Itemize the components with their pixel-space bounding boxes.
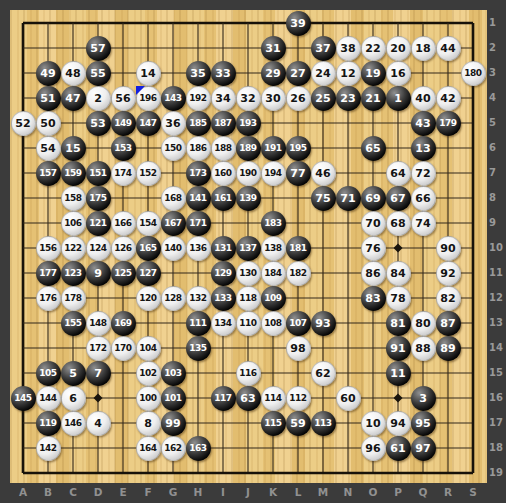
intersection-S17[interactable]: [461, 411, 486, 436]
intersection-I6[interactable]: 188: [211, 136, 236, 161]
intersection-N4[interactable]: 23: [336, 86, 361, 111]
intersection-H2[interactable]: [186, 36, 211, 61]
intersection-O18[interactable]: 96: [361, 436, 386, 461]
intersection-I18[interactable]: [211, 436, 236, 461]
intersection-Q14[interactable]: 88: [411, 336, 436, 361]
intersection-K10[interactable]: 138: [261, 236, 286, 261]
intersection-Q8[interactable]: 66: [411, 186, 436, 211]
intersection-F10[interactable]: 165: [136, 236, 161, 261]
intersection-O15[interactable]: [361, 361, 386, 386]
intersection-Q13[interactable]: 80: [411, 311, 436, 336]
intersection-O6[interactable]: 65: [361, 136, 386, 161]
intersection-H15[interactable]: [186, 361, 211, 386]
intersection-M2[interactable]: 37: [311, 36, 336, 61]
intersection-A1[interactable]: [11, 11, 36, 36]
intersection-J18[interactable]: [236, 436, 261, 461]
intersection-A6[interactable]: [11, 136, 36, 161]
intersection-O7[interactable]: [361, 161, 386, 186]
intersection-J3[interactable]: [236, 61, 261, 86]
intersection-C3[interactable]: 48: [61, 61, 86, 86]
intersection-B9[interactable]: [36, 211, 61, 236]
intersection-B19[interactable]: [36, 461, 61, 486]
intersection-F4[interactable]: 196: [136, 86, 161, 111]
intersection-M12[interactable]: [311, 286, 336, 311]
intersection-A18[interactable]: [11, 436, 36, 461]
intersection-E14[interactable]: 170: [111, 336, 136, 361]
intersection-E18[interactable]: [111, 436, 136, 461]
intersection-E19[interactable]: [111, 461, 136, 486]
intersection-L6[interactable]: 195: [286, 136, 311, 161]
intersection-K18[interactable]: [261, 436, 286, 461]
intersection-J2[interactable]: [236, 36, 261, 61]
intersection-J8[interactable]: 139: [236, 186, 261, 211]
intersection-M13[interactable]: 93: [311, 311, 336, 336]
intersection-A10[interactable]: [11, 236, 36, 261]
intersection-A8[interactable]: [11, 186, 36, 211]
intersection-O10[interactable]: 76: [361, 236, 386, 261]
intersection-M16[interactable]: [311, 386, 336, 411]
intersection-C2[interactable]: [61, 36, 86, 61]
intersection-P5[interactable]: [386, 111, 411, 136]
intersection-H3[interactable]: 35: [186, 61, 211, 86]
intersection-N1[interactable]: [336, 11, 361, 36]
intersection-E8[interactable]: [111, 186, 136, 211]
intersection-M9[interactable]: [311, 211, 336, 236]
intersection-E11[interactable]: 125: [111, 261, 136, 286]
intersection-G17[interactable]: 99: [161, 411, 186, 436]
intersection-L3[interactable]: 27: [286, 61, 311, 86]
intersection-Q4[interactable]: 40: [411, 86, 436, 111]
intersection-I2[interactable]: [211, 36, 236, 61]
intersection-L11[interactable]: 182: [286, 261, 311, 286]
intersection-F8[interactable]: [136, 186, 161, 211]
intersection-R10[interactable]: 90: [436, 236, 461, 261]
intersection-E1[interactable]: [111, 11, 136, 36]
intersection-K2[interactable]: 31: [261, 36, 286, 61]
intersection-G13[interactable]: [161, 311, 186, 336]
intersection-Q6[interactable]: 13: [411, 136, 436, 161]
intersection-D19[interactable]: [86, 461, 111, 486]
intersection-C11[interactable]: 123: [61, 261, 86, 286]
intersection-J5[interactable]: 193: [236, 111, 261, 136]
intersection-B6[interactable]: 54: [36, 136, 61, 161]
intersection-K4[interactable]: 30: [261, 86, 286, 111]
intersection-Q5[interactable]: 43: [411, 111, 436, 136]
intersection-E4[interactable]: 56: [111, 86, 136, 111]
intersection-D17[interactable]: 4: [86, 411, 111, 436]
intersection-N13[interactable]: [336, 311, 361, 336]
intersection-G19[interactable]: [161, 461, 186, 486]
intersection-A16[interactable]: 145: [11, 386, 36, 411]
intersection-B5[interactable]: 50: [36, 111, 61, 136]
intersection-H19[interactable]: [186, 461, 211, 486]
intersection-R14[interactable]: 89: [436, 336, 461, 361]
intersection-F19[interactable]: [136, 461, 161, 486]
intersection-G2[interactable]: [161, 36, 186, 61]
intersection-D14[interactable]: 172: [86, 336, 111, 361]
intersection-K1[interactable]: [261, 11, 286, 36]
intersection-Q2[interactable]: 18: [411, 36, 436, 61]
intersection-P12[interactable]: 78: [386, 286, 411, 311]
intersection-P17[interactable]: 94: [386, 411, 411, 436]
intersection-C12[interactable]: 178: [61, 286, 86, 311]
intersection-G11[interactable]: [161, 261, 186, 286]
intersection-I7[interactable]: 160: [211, 161, 236, 186]
intersection-S14[interactable]: [461, 336, 486, 361]
intersection-O3[interactable]: 19: [361, 61, 386, 86]
intersection-D12[interactable]: [86, 286, 111, 311]
intersection-Q17[interactable]: 95: [411, 411, 436, 436]
intersection-L18[interactable]: [286, 436, 311, 461]
intersection-S1[interactable]: [461, 11, 486, 36]
intersection-K13[interactable]: 108: [261, 311, 286, 336]
intersection-N6[interactable]: [336, 136, 361, 161]
intersection-E13[interactable]: 169: [111, 311, 136, 336]
intersection-C6[interactable]: 15: [61, 136, 86, 161]
intersection-J4[interactable]: 32: [236, 86, 261, 111]
intersection-K3[interactable]: 29: [261, 61, 286, 86]
intersection-B2[interactable]: [36, 36, 61, 61]
intersection-M1[interactable]: [311, 11, 336, 36]
intersection-D6[interactable]: [86, 136, 111, 161]
intersection-J13[interactable]: 110: [236, 311, 261, 336]
intersection-K15[interactable]: [261, 361, 286, 386]
intersection-A4[interactable]: [11, 86, 36, 111]
intersection-M11[interactable]: [311, 261, 336, 286]
intersection-S4[interactable]: [461, 86, 486, 111]
intersection-G6[interactable]: 150: [161, 136, 186, 161]
intersection-K9[interactable]: 183: [261, 211, 286, 236]
intersection-O4[interactable]: 21: [361, 86, 386, 111]
intersection-I13[interactable]: 134: [211, 311, 236, 336]
intersection-K5[interactable]: [261, 111, 286, 136]
intersection-L7[interactable]: 77: [286, 161, 311, 186]
intersection-R3[interactable]: [436, 61, 461, 86]
intersection-Q10[interactable]: [411, 236, 436, 261]
intersection-N19[interactable]: [336, 461, 361, 486]
intersection-C5[interactable]: [61, 111, 86, 136]
intersection-J16[interactable]: 63: [236, 386, 261, 411]
intersection-N7[interactable]: [336, 161, 361, 186]
intersection-A14[interactable]: [11, 336, 36, 361]
intersection-P3[interactable]: 16: [386, 61, 411, 86]
intersection-S9[interactable]: [461, 211, 486, 236]
intersection-G7[interactable]: [161, 161, 186, 186]
intersection-H8[interactable]: 141: [186, 186, 211, 211]
intersection-O13[interactable]: [361, 311, 386, 336]
intersection-F9[interactable]: 154: [136, 211, 161, 236]
intersection-J10[interactable]: 137: [236, 236, 261, 261]
intersection-R6[interactable]: [436, 136, 461, 161]
intersection-B18[interactable]: 142: [36, 436, 61, 461]
intersection-G18[interactable]: 162: [161, 436, 186, 461]
intersection-C8[interactable]: 158: [61, 186, 86, 211]
intersection-D9[interactable]: 121: [86, 211, 111, 236]
intersection-M4[interactable]: 25: [311, 86, 336, 111]
intersection-P15[interactable]: 11: [386, 361, 411, 386]
intersection-M18[interactable]: [311, 436, 336, 461]
intersection-E10[interactable]: 126: [111, 236, 136, 261]
intersection-F2[interactable]: [136, 36, 161, 61]
intersection-L5[interactable]: [286, 111, 311, 136]
intersection-L12[interactable]: [286, 286, 311, 311]
intersection-P1[interactable]: [386, 11, 411, 36]
intersection-F16[interactable]: 100: [136, 386, 161, 411]
intersection-A19[interactable]: [11, 461, 36, 486]
intersection-R19[interactable]: [436, 461, 461, 486]
intersection-S8[interactable]: [461, 186, 486, 211]
intersection-M19[interactable]: [311, 461, 336, 486]
intersection-O9[interactable]: 70: [361, 211, 386, 236]
intersection-E6[interactable]: 153: [111, 136, 136, 161]
intersection-J14[interactable]: [236, 336, 261, 361]
intersection-L1[interactable]: 39: [286, 11, 311, 36]
intersection-G5[interactable]: 36: [161, 111, 186, 136]
intersection-G9[interactable]: 167: [161, 211, 186, 236]
intersection-K19[interactable]: [261, 461, 286, 486]
intersection-K17[interactable]: 115: [261, 411, 286, 436]
intersection-K11[interactable]: 184: [261, 261, 286, 286]
intersection-S6[interactable]: [461, 136, 486, 161]
intersection-F14[interactable]: 104: [136, 336, 161, 361]
intersection-M14[interactable]: [311, 336, 336, 361]
intersection-J6[interactable]: 189: [236, 136, 261, 161]
intersection-N3[interactable]: 12: [336, 61, 361, 86]
intersection-R8[interactable]: [436, 186, 461, 211]
intersection-R5[interactable]: 179: [436, 111, 461, 136]
intersection-S3[interactable]: 180: [461, 61, 486, 86]
intersection-F17[interactable]: 8: [136, 411, 161, 436]
intersection-J9[interactable]: [236, 211, 261, 236]
intersection-Q7[interactable]: 72: [411, 161, 436, 186]
intersection-L9[interactable]: [286, 211, 311, 236]
intersection-H4[interactable]: 192: [186, 86, 211, 111]
intersection-H1[interactable]: [186, 11, 211, 36]
intersection-C7[interactable]: 159: [61, 161, 86, 186]
intersection-S2[interactable]: [461, 36, 486, 61]
intersection-D13[interactable]: 148: [86, 311, 111, 336]
intersection-B16[interactable]: 144: [36, 386, 61, 411]
intersection-D2[interactable]: 57: [86, 36, 111, 61]
intersection-J11[interactable]: 130: [236, 261, 261, 286]
intersection-A13[interactable]: [11, 311, 36, 336]
intersection-R12[interactable]: 82: [436, 286, 461, 311]
intersection-Q16[interactable]: 3: [411, 386, 436, 411]
intersection-S12[interactable]: [461, 286, 486, 311]
intersection-F5[interactable]: 147: [136, 111, 161, 136]
intersection-E3[interactable]: [111, 61, 136, 86]
intersection-D1[interactable]: [86, 11, 111, 36]
intersection-R13[interactable]: 87: [436, 311, 461, 336]
intersection-G15[interactable]: 103: [161, 361, 186, 386]
intersection-F1[interactable]: [136, 11, 161, 36]
intersection-H18[interactable]: 163: [186, 436, 211, 461]
intersection-M3[interactable]: 24: [311, 61, 336, 86]
intersection-G10[interactable]: 140: [161, 236, 186, 261]
intersection-I5[interactable]: 187: [211, 111, 236, 136]
intersection-N8[interactable]: 71: [336, 186, 361, 211]
intersection-Q1[interactable]: [411, 11, 436, 36]
intersection-N14[interactable]: [336, 336, 361, 361]
intersection-C16[interactable]: 6: [61, 386, 86, 411]
intersection-A9[interactable]: [11, 211, 36, 236]
intersection-I14[interactable]: [211, 336, 236, 361]
intersection-P7[interactable]: 64: [386, 161, 411, 186]
intersection-H14[interactable]: 135: [186, 336, 211, 361]
intersection-I19[interactable]: [211, 461, 236, 486]
intersection-G8[interactable]: 168: [161, 186, 186, 211]
intersection-Q15[interactable]: [411, 361, 436, 386]
intersection-O12[interactable]: 83: [361, 286, 386, 311]
intersection-H13[interactable]: 111: [186, 311, 211, 336]
intersection-R16[interactable]: [436, 386, 461, 411]
intersection-B7[interactable]: 157: [36, 161, 61, 186]
intersection-O19[interactable]: [361, 461, 386, 486]
intersection-F15[interactable]: 102: [136, 361, 161, 386]
intersection-J19[interactable]: [236, 461, 261, 486]
intersection-S13[interactable]: [461, 311, 486, 336]
intersection-H6[interactable]: 186: [186, 136, 211, 161]
intersection-L4[interactable]: 26: [286, 86, 311, 111]
intersection-R15[interactable]: [436, 361, 461, 386]
intersection-O14[interactable]: [361, 336, 386, 361]
intersection-N9[interactable]: [336, 211, 361, 236]
intersection-O2[interactable]: 22: [361, 36, 386, 61]
intersection-L10[interactable]: 181: [286, 236, 311, 261]
intersection-D5[interactable]: 53: [86, 111, 111, 136]
board-stones-grid[interactable]: 3957313738222018444948551435332927241219…: [11, 11, 486, 486]
intersection-I3[interactable]: 33: [211, 61, 236, 86]
intersection-C15[interactable]: 5: [61, 361, 86, 386]
intersection-G1[interactable]: [161, 11, 186, 36]
intersection-K7[interactable]: 194: [261, 161, 286, 186]
intersection-P16[interactable]: [386, 386, 411, 411]
intersection-G16[interactable]: 101: [161, 386, 186, 411]
intersection-J15[interactable]: 116: [236, 361, 261, 386]
intersection-M8[interactable]: 75: [311, 186, 336, 211]
intersection-G12[interactable]: 128: [161, 286, 186, 311]
intersection-M5[interactable]: [311, 111, 336, 136]
intersection-S11[interactable]: [461, 261, 486, 286]
intersection-M15[interactable]: 62: [311, 361, 336, 386]
intersection-O8[interactable]: 69: [361, 186, 386, 211]
intersection-F12[interactable]: 120: [136, 286, 161, 311]
intersection-K6[interactable]: 191: [261, 136, 286, 161]
intersection-F7[interactable]: 152: [136, 161, 161, 186]
intersection-I1[interactable]: [211, 11, 236, 36]
intersection-O16[interactable]: [361, 386, 386, 411]
intersection-P14[interactable]: 91: [386, 336, 411, 361]
intersection-D7[interactable]: 151: [86, 161, 111, 186]
intersection-L15[interactable]: [286, 361, 311, 386]
intersection-Q12[interactable]: [411, 286, 436, 311]
intersection-K12[interactable]: 109: [261, 286, 286, 311]
intersection-H7[interactable]: 173: [186, 161, 211, 186]
intersection-Q19[interactable]: [411, 461, 436, 486]
intersection-A2[interactable]: [11, 36, 36, 61]
intersection-K8[interactable]: [261, 186, 286, 211]
intersection-O1[interactable]: [361, 11, 386, 36]
intersection-A11[interactable]: [11, 261, 36, 286]
intersection-N18[interactable]: [336, 436, 361, 461]
intersection-L14[interactable]: 98: [286, 336, 311, 361]
intersection-M10[interactable]: [311, 236, 336, 261]
intersection-E7[interactable]: 174: [111, 161, 136, 186]
intersection-N2[interactable]: 38: [336, 36, 361, 61]
intersection-F13[interactable]: [136, 311, 161, 336]
intersection-N5[interactable]: [336, 111, 361, 136]
intersection-S18[interactable]: [461, 436, 486, 461]
intersection-A3[interactable]: [11, 61, 36, 86]
intersection-L8[interactable]: [286, 186, 311, 211]
intersection-M7[interactable]: 46: [311, 161, 336, 186]
intersection-D11[interactable]: 9: [86, 261, 111, 286]
intersection-C14[interactable]: [61, 336, 86, 361]
intersection-C13[interactable]: 155: [61, 311, 86, 336]
intersection-D3[interactable]: 55: [86, 61, 111, 86]
intersection-R2[interactable]: 44: [436, 36, 461, 61]
intersection-E16[interactable]: [111, 386, 136, 411]
intersection-P8[interactable]: 67: [386, 186, 411, 211]
intersection-B1[interactable]: [36, 11, 61, 36]
intersection-G3[interactable]: [161, 61, 186, 86]
intersection-O11[interactable]: 86: [361, 261, 386, 286]
intersection-D4[interactable]: 2: [86, 86, 111, 111]
intersection-P13[interactable]: 81: [386, 311, 411, 336]
intersection-L17[interactable]: 59: [286, 411, 311, 436]
intersection-H17[interactable]: [186, 411, 211, 436]
intersection-A15[interactable]: [11, 361, 36, 386]
intersection-F6[interactable]: [136, 136, 161, 161]
intersection-N16[interactable]: 60: [336, 386, 361, 411]
intersection-I10[interactable]: 131: [211, 236, 236, 261]
intersection-B13[interactable]: [36, 311, 61, 336]
intersection-I8[interactable]: 161: [211, 186, 236, 211]
intersection-H10[interactable]: 136: [186, 236, 211, 261]
intersection-D16[interactable]: [86, 386, 111, 411]
intersection-R9[interactable]: [436, 211, 461, 236]
intersection-P9[interactable]: 68: [386, 211, 411, 236]
intersection-B3[interactable]: 49: [36, 61, 61, 86]
intersection-B15[interactable]: 105: [36, 361, 61, 386]
intersection-P19[interactable]: [386, 461, 411, 486]
intersection-D10[interactable]: 124: [86, 236, 111, 261]
intersection-P18[interactable]: 61: [386, 436, 411, 461]
intersection-P6[interactable]: [386, 136, 411, 161]
intersection-Q18[interactable]: 97: [411, 436, 436, 461]
intersection-Q3[interactable]: [411, 61, 436, 86]
intersection-J7[interactable]: 190: [236, 161, 261, 186]
intersection-S15[interactable]: [461, 361, 486, 386]
intersection-R7[interactable]: [436, 161, 461, 186]
intersection-I15[interactable]: [211, 361, 236, 386]
intersection-N17[interactable]: [336, 411, 361, 436]
intersection-A5[interactable]: 52: [11, 111, 36, 136]
intersection-J12[interactable]: 118: [236, 286, 261, 311]
intersection-I17[interactable]: [211, 411, 236, 436]
intersection-N12[interactable]: [336, 286, 361, 311]
intersection-O5[interactable]: [361, 111, 386, 136]
intersection-R1[interactable]: [436, 11, 461, 36]
intersection-H11[interactable]: [186, 261, 211, 286]
intersection-R17[interactable]: [436, 411, 461, 436]
intersection-N15[interactable]: [336, 361, 361, 386]
intersection-E17[interactable]: [111, 411, 136, 436]
intersection-A12[interactable]: [11, 286, 36, 311]
intersection-S16[interactable]: [461, 386, 486, 411]
intersection-R4[interactable]: 42: [436, 86, 461, 111]
intersection-P4[interactable]: 1: [386, 86, 411, 111]
